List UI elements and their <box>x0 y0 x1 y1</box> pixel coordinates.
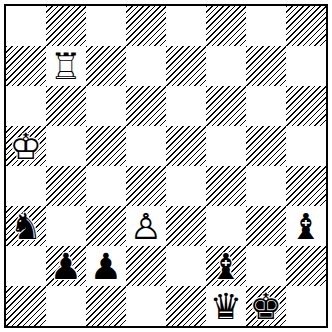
square-a3[interactable]: ♞♞ <box>6 206 46 246</box>
square-h1[interactable] <box>286 286 326 326</box>
black-pawn-icon: ♟ <box>46 246 86 286</box>
square-e3[interactable] <box>166 206 206 246</box>
square-a4[interactable] <box>6 166 46 206</box>
black-bishop-icon: ♝ <box>206 246 246 286</box>
piece-black-queen-f1[interactable]: ♛♛ <box>206 286 246 326</box>
square-c5[interactable] <box>86 126 126 166</box>
square-d5[interactable] <box>126 126 166 166</box>
black-king-icon: ♚ <box>246 286 286 326</box>
square-g1[interactable]: ♚♚ <box>246 286 286 326</box>
square-f3[interactable] <box>206 206 246 246</box>
square-f4[interactable] <box>206 166 246 206</box>
square-c4[interactable] <box>86 166 126 206</box>
chess-diagram: ♜♖♚♔♞♞♟♙♝♝♟♟♟♟♝♝♛♛♚♚ <box>0 0 332 332</box>
square-h3[interactable]: ♝♝ <box>286 206 326 246</box>
piece-white-rook-b7[interactable]: ♜♖ <box>46 46 86 86</box>
piece-white-king-a5[interactable]: ♚♔ <box>6 126 46 166</box>
piece-black-bishop-h3[interactable]: ♝♝ <box>286 206 326 246</box>
black-queen-icon: ♛ <box>206 286 246 326</box>
square-f5[interactable] <box>206 126 246 166</box>
square-g7[interactable] <box>246 46 286 86</box>
square-a7[interactable] <box>6 46 46 86</box>
square-d4[interactable] <box>126 166 166 206</box>
square-f8[interactable] <box>206 6 246 46</box>
square-d2[interactable] <box>126 246 166 286</box>
white-king-icon: ♔ <box>6 126 46 166</box>
black-bishop-icon: ♝ <box>286 206 326 246</box>
piece-black-knight-a3[interactable]: ♞♞ <box>6 206 46 246</box>
square-b2[interactable]: ♟♟ <box>46 246 86 286</box>
piece-black-pawn-c2[interactable]: ♟♟ <box>86 246 126 286</box>
square-h2[interactable] <box>286 246 326 286</box>
square-b1[interactable] <box>46 286 86 326</box>
square-c7[interactable] <box>86 46 126 86</box>
square-e6[interactable] <box>166 86 206 126</box>
square-d6[interactable] <box>126 86 166 126</box>
piece-white-pawn-d3[interactable]: ♟♙ <box>126 206 166 246</box>
square-g5[interactable] <box>246 126 286 166</box>
square-d3[interactable]: ♟♙ <box>126 206 166 246</box>
square-f1[interactable]: ♛♛ <box>206 286 246 326</box>
piece-black-bishop-f2[interactable]: ♝♝ <box>206 246 246 286</box>
piece-black-king-g1[interactable]: ♚♚ <box>246 286 286 326</box>
chess-board: ♜♖♚♔♞♞♟♙♝♝♟♟♟♟♝♝♛♛♚♚ <box>4 4 328 328</box>
square-d1[interactable] <box>126 286 166 326</box>
square-e1[interactable] <box>166 286 206 326</box>
white-rook-icon: ♖ <box>46 46 86 86</box>
square-a6[interactable] <box>6 86 46 126</box>
square-e7[interactable] <box>166 46 206 86</box>
square-d7[interactable] <box>126 46 166 86</box>
square-d8[interactable] <box>126 6 166 46</box>
square-h4[interactable] <box>286 166 326 206</box>
square-a1[interactable] <box>6 286 46 326</box>
white-pawn-icon: ♙ <box>126 206 166 246</box>
black-knight-icon: ♞ <box>6 206 46 246</box>
square-e4[interactable] <box>166 166 206 206</box>
square-c6[interactable] <box>86 86 126 126</box>
square-g4[interactable] <box>246 166 286 206</box>
square-b8[interactable] <box>46 6 86 46</box>
square-a2[interactable] <box>6 246 46 286</box>
square-c8[interactable] <box>86 6 126 46</box>
square-g6[interactable] <box>246 86 286 126</box>
square-c3[interactable] <box>86 206 126 246</box>
square-b4[interactable] <box>46 166 86 206</box>
square-e2[interactable] <box>166 246 206 286</box>
square-b3[interactable] <box>46 206 86 246</box>
square-g8[interactable] <box>246 6 286 46</box>
square-e5[interactable] <box>166 126 206 166</box>
square-a5[interactable]: ♚♔ <box>6 126 46 166</box>
square-b5[interactable] <box>46 126 86 166</box>
square-b7[interactable]: ♜♖ <box>46 46 86 86</box>
square-f2[interactable]: ♝♝ <box>206 246 246 286</box>
square-g3[interactable] <box>246 206 286 246</box>
square-e8[interactable] <box>166 6 206 46</box>
square-a8[interactable] <box>6 6 46 46</box>
square-b6[interactable] <box>46 86 86 126</box>
square-f7[interactable] <box>206 46 246 86</box>
square-h6[interactable] <box>286 86 326 126</box>
square-h8[interactable] <box>286 6 326 46</box>
piece-black-pawn-b2[interactable]: ♟♟ <box>46 246 86 286</box>
square-c2[interactable]: ♟♟ <box>86 246 126 286</box>
square-h5[interactable] <box>286 126 326 166</box>
square-h7[interactable] <box>286 46 326 86</box>
black-pawn-icon: ♟ <box>86 246 126 286</box>
square-f6[interactable] <box>206 86 246 126</box>
square-g2[interactable] <box>246 246 286 286</box>
square-c1[interactable] <box>86 286 126 326</box>
